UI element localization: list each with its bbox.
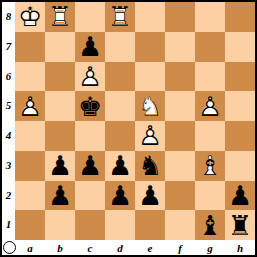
- file-label-h: h: [225, 241, 255, 255]
- square-e2[interactable]: ♟: [135, 181, 165, 211]
- square-h2[interactable]: ♟: [225, 181, 255, 211]
- square-h8[interactable]: [225, 2, 255, 32]
- rank-label-3: 3: [2, 151, 15, 181]
- square-a1[interactable]: [15, 210, 45, 240]
- square-f1[interactable]: [165, 210, 195, 240]
- square-h3[interactable]: [225, 151, 255, 181]
- rank-label-5: 5: [2, 91, 15, 121]
- square-e3[interactable]: ♞: [135, 151, 165, 181]
- square-f6[interactable]: [165, 62, 195, 92]
- side-to-move-indicator: [3, 241, 16, 254]
- square-h5[interactable]: [225, 91, 255, 121]
- black-pawn[interactable]: ♟: [135, 181, 165, 211]
- square-b2[interactable]: ♟: [45, 181, 75, 211]
- black-pawn[interactable]: ♟: [75, 151, 105, 181]
- square-a5[interactable]: ♟♙: [15, 91, 45, 121]
- square-a2[interactable]: [15, 181, 45, 211]
- square-c4[interactable]: [75, 121, 105, 151]
- square-b1[interactable]: [45, 210, 75, 240]
- square-d5[interactable]: [105, 91, 135, 121]
- square-f3[interactable]: [165, 151, 195, 181]
- square-e6[interactable]: [135, 62, 165, 92]
- file-label-b: b: [45, 241, 75, 255]
- white-king[interactable]: ♔: [15, 2, 45, 32]
- rank-label-8: 8: [2, 2, 15, 32]
- square-c1[interactable]: [75, 210, 105, 240]
- rank-label-2: 2: [2, 181, 15, 211]
- black-pawn[interactable]: ♟: [45, 151, 75, 181]
- white-rook[interactable]: ♖: [45, 2, 75, 32]
- square-a4[interactable]: [15, 121, 45, 151]
- square-d6[interactable]: [105, 62, 135, 92]
- square-g5[interactable]: ♟♙: [195, 91, 225, 121]
- black-rook[interactable]: ♜: [225, 210, 255, 240]
- square-g8[interactable]: [195, 2, 225, 32]
- square-e5[interactable]: ♞♘: [135, 91, 165, 121]
- rank-label-1: 1: [2, 210, 15, 240]
- file-label-g: g: [195, 241, 225, 255]
- black-king[interactable]: ♚: [75, 91, 105, 121]
- file-label-e: e: [135, 241, 165, 255]
- square-c8[interactable]: [75, 2, 105, 32]
- white-pawn[interactable]: ♙: [15, 91, 45, 121]
- square-d3[interactable]: ♟: [105, 151, 135, 181]
- square-e8[interactable]: [135, 2, 165, 32]
- square-c7[interactable]: ♟: [75, 32, 105, 62]
- square-g1[interactable]: ♝: [195, 210, 225, 240]
- file-label-c: c: [75, 241, 105, 255]
- white-pawn[interactable]: ♙: [135, 121, 165, 151]
- square-d8[interactable]: ♜♖: [105, 2, 135, 32]
- square-a8[interactable]: ♚♔: [15, 2, 45, 32]
- square-c6[interactable]: ♟♙: [75, 62, 105, 92]
- square-e4[interactable]: ♟♙: [135, 121, 165, 151]
- square-d1[interactable]: [105, 210, 135, 240]
- square-b5[interactable]: [45, 91, 75, 121]
- chess-diagram: ♚♔♜♖♜♖♟♟♙♟♙♚♞♘♟♙♟♙♟♟♟♞♝♗♟♟♟♟♝♜ 87654321 …: [0, 0, 257, 257]
- square-g6[interactable]: [195, 62, 225, 92]
- white-knight[interactable]: ♘: [135, 91, 165, 121]
- square-f2[interactable]: [165, 181, 195, 211]
- black-pawn[interactable]: ♟: [225, 181, 255, 211]
- square-c5[interactable]: ♚: [75, 91, 105, 121]
- black-pawn[interactable]: ♟: [45, 181, 75, 211]
- file-label-f: f: [165, 241, 195, 255]
- black-pawn[interactable]: ♟: [105, 181, 135, 211]
- square-a7[interactable]: [15, 32, 45, 62]
- square-b6[interactable]: [45, 62, 75, 92]
- square-h4[interactable]: [225, 121, 255, 151]
- white-pawn[interactable]: ♙: [75, 62, 105, 92]
- square-h7[interactable]: [225, 32, 255, 62]
- white-rook[interactable]: ♖: [105, 2, 135, 32]
- square-e1[interactable]: [135, 210, 165, 240]
- file-label-a: a: [15, 241, 45, 255]
- square-f4[interactable]: [165, 121, 195, 151]
- square-c3[interactable]: ♟: [75, 151, 105, 181]
- black-pawn[interactable]: ♟: [105, 151, 135, 181]
- black-pawn[interactable]: ♟: [75, 32, 105, 62]
- black-knight[interactable]: ♞: [135, 151, 165, 181]
- square-f7[interactable]: [165, 32, 195, 62]
- square-d2[interactable]: ♟: [105, 181, 135, 211]
- square-d4[interactable]: [105, 121, 135, 151]
- square-g2[interactable]: [195, 181, 225, 211]
- square-e7[interactable]: [135, 32, 165, 62]
- white-pawn[interactable]: ♙: [195, 91, 225, 121]
- black-bishop[interactable]: ♝: [195, 210, 225, 240]
- rank-label-6: 6: [2, 62, 15, 92]
- square-a6[interactable]: [15, 62, 45, 92]
- square-b3[interactable]: ♟: [45, 151, 75, 181]
- square-b8[interactable]: ♜♖: [45, 2, 75, 32]
- square-h1[interactable]: ♜: [225, 210, 255, 240]
- square-c2[interactable]: [75, 181, 105, 211]
- square-b7[interactable]: [45, 32, 75, 62]
- chess-board: ♚♔♜♖♜♖♟♟♙♟♙♚♞♘♟♙♟♙♟♟♟♞♝♗♟♟♟♟♝♜: [15, 2, 255, 240]
- square-g4[interactable]: [195, 121, 225, 151]
- file-label-d: d: [105, 241, 135, 255]
- square-g3[interactable]: ♝♗: [195, 151, 225, 181]
- square-f5[interactable]: [165, 91, 195, 121]
- square-h6[interactable]: [225, 62, 255, 92]
- rank-label-7: 7: [2, 32, 15, 62]
- square-d7[interactable]: [105, 32, 135, 62]
- rank-label-4: 4: [2, 121, 15, 151]
- square-g7[interactable]: [195, 32, 225, 62]
- white-bishop[interactable]: ♗: [195, 151, 225, 181]
- square-b4[interactable]: [45, 121, 75, 151]
- square-f8[interactable]: [165, 2, 195, 32]
- square-a3[interactable]: [15, 151, 45, 181]
